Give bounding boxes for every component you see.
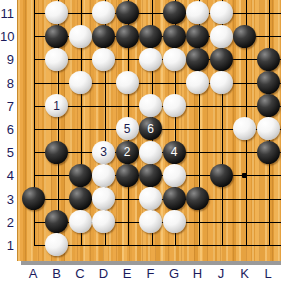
- stone-B2-black[interactable]: [45, 210, 68, 233]
- stone-L6-white[interactable]: [257, 117, 280, 140]
- row-label-1: 1: [0, 238, 14, 253]
- stone-H11-white[interactable]: [186, 1, 209, 24]
- go-diagram: 156324 1110987654321 ABCDEFGHJKL: [0, 0, 281, 284]
- row-label-5: 5: [0, 145, 14, 160]
- stone-L5-black[interactable]: [257, 141, 280, 164]
- row-label-3: 3: [0, 191, 14, 206]
- move-number-5: 5: [124, 123, 131, 135]
- stone-F6-black[interactable]: 6: [139, 117, 162, 140]
- stone-D3-white[interactable]: [92, 187, 115, 210]
- move-number-1: 1: [53, 100, 60, 112]
- col-label-F: F: [143, 266, 159, 281]
- move-number-2: 2: [124, 146, 131, 158]
- row-label-2: 2: [0, 214, 14, 229]
- move-number-3: 3: [100, 146, 107, 158]
- stone-F3-white[interactable]: [139, 187, 162, 210]
- stone-C4-black[interactable]: [69, 164, 92, 187]
- stone-C3-black[interactable]: [69, 187, 92, 210]
- row-label-7: 7: [0, 98, 14, 113]
- stone-G4-white[interactable]: [163, 164, 186, 187]
- stone-grid: 156324: [21, 1, 280, 256]
- stone-B1-white[interactable]: [45, 233, 68, 256]
- col-label-K: K: [237, 266, 253, 281]
- board-shadow: [21, 261, 281, 265]
- stone-E4-black[interactable]: [116, 164, 139, 187]
- stone-B11-white[interactable]: [45, 1, 68, 24]
- stone-F4-black[interactable]: [139, 164, 162, 187]
- stone-G9-white[interactable]: [163, 48, 186, 71]
- stone-E5-black[interactable]: 2: [116, 141, 139, 164]
- stone-F10-black[interactable]: [139, 25, 162, 48]
- stone-H3-black[interactable]: [186, 187, 209, 210]
- stone-L8-black[interactable]: [257, 71, 280, 94]
- stone-B9-white[interactable]: [45, 48, 68, 71]
- col-label-B: B: [49, 266, 65, 281]
- stone-G3-black[interactable]: [163, 187, 186, 210]
- stone-G2-white[interactable]: [163, 210, 186, 233]
- stone-B10-black[interactable]: [45, 25, 68, 48]
- col-label-E: E: [119, 266, 135, 281]
- row-label-8: 8: [0, 75, 14, 90]
- stone-D9-white[interactable]: [92, 48, 115, 71]
- stone-F5-white[interactable]: [139, 141, 162, 164]
- stone-D11-white[interactable]: [92, 1, 115, 24]
- stone-F9-white[interactable]: [139, 48, 162, 71]
- move-number-6: 6: [147, 123, 154, 135]
- col-label-L: L: [260, 266, 276, 281]
- stone-G10-black[interactable]: [163, 25, 186, 48]
- stone-E8-white[interactable]: [116, 71, 139, 94]
- stone-D2-white[interactable]: [92, 210, 115, 233]
- stone-D5-white[interactable]: 3: [92, 141, 115, 164]
- stone-G5-black[interactable]: 4: [163, 141, 186, 164]
- stone-G11-black[interactable]: [163, 1, 186, 24]
- stone-H10-black[interactable]: [186, 25, 209, 48]
- stone-C2-white[interactable]: [69, 210, 92, 233]
- col-label-G: G: [166, 266, 182, 281]
- stone-K6-white[interactable]: [233, 117, 256, 140]
- col-label-C: C: [72, 266, 88, 281]
- stone-C10-white[interactable]: [69, 25, 92, 48]
- stone-L7-black[interactable]: [257, 94, 280, 117]
- stone-F2-white[interactable]: [139, 210, 162, 233]
- col-label-D: D: [96, 266, 112, 281]
- stone-E11-black[interactable]: [116, 1, 139, 24]
- column-coordinates: ABCDEFGHJKL: [0, 266, 281, 284]
- move-number-4: 4: [171, 146, 178, 158]
- row-label-9: 9: [0, 52, 14, 67]
- row-label-11: 11: [0, 6, 14, 21]
- stone-D10-black[interactable]: [92, 25, 115, 48]
- stone-G7-white[interactable]: [163, 94, 186, 117]
- col-label-A: A: [25, 266, 41, 281]
- stone-K10-black[interactable]: [233, 25, 256, 48]
- col-label-H: H: [190, 266, 206, 281]
- stone-A3-black[interactable]: [22, 187, 45, 210]
- stone-E10-black[interactable]: [116, 25, 139, 48]
- stone-B5-black[interactable]: [45, 141, 68, 164]
- stone-F7-white[interactable]: [139, 94, 162, 117]
- row-label-10: 10: [0, 29, 14, 44]
- stone-E6-white[interactable]: 5: [116, 117, 139, 140]
- row-label-4: 4: [0, 168, 14, 183]
- stone-L9-black[interactable]: [257, 48, 280, 71]
- stone-H9-black[interactable]: [186, 48, 209, 71]
- stone-J8-white[interactable]: [210, 71, 233, 94]
- row-coordinates: 1110987654321: [0, 0, 15, 261]
- stone-D4-white[interactable]: [92, 164, 115, 187]
- col-label-J: J: [213, 266, 229, 281]
- stone-J4-black[interactable]: [210, 164, 233, 187]
- row-label-6: 6: [0, 122, 14, 137]
- stone-J9-black[interactable]: [210, 48, 233, 71]
- stone-B7-white[interactable]: 1: [45, 94, 68, 117]
- stone-J11-white[interactable]: [210, 1, 233, 24]
- stone-H8-white[interactable]: [186, 71, 209, 94]
- stone-C8-white[interactable]: [69, 71, 92, 94]
- stone-J10-white[interactable]: [210, 25, 233, 48]
